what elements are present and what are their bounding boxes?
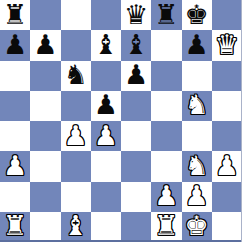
square-h3[interactable]: ♟ <box>212 151 242 181</box>
square-a1[interactable]: ♜ <box>0 212 30 242</box>
square-h7[interactable]: ♛ <box>212 30 242 60</box>
black-bishop[interactable]: ♝ <box>124 31 148 58</box>
square-a5[interactable] <box>0 91 30 121</box>
square-e7[interactable]: ♝ <box>121 30 151 60</box>
white-pawn[interactable]: ♟ <box>154 182 178 209</box>
square-d1[interactable] <box>91 212 121 242</box>
square-e2[interactable] <box>121 182 151 212</box>
black-rook[interactable]: ♜ <box>3 1 27 28</box>
square-b7[interactable]: ♟ <box>30 30 60 60</box>
square-g4[interactable] <box>182 121 212 151</box>
square-c5[interactable] <box>61 91 91 121</box>
square-g3[interactable]: ♞ <box>182 151 212 181</box>
square-e5[interactable] <box>121 91 151 121</box>
square-g8[interactable]: ♚ <box>182 0 212 30</box>
square-d5[interactable]: ♟ <box>91 91 121 121</box>
square-h6[interactable] <box>212 61 242 91</box>
black-king[interactable]: ♚ <box>185 1 209 28</box>
square-c8[interactable] <box>61 0 91 30</box>
square-e3[interactable] <box>121 151 151 181</box>
white-pawn[interactable]: ♟ <box>3 152 27 179</box>
square-g7[interactable]: ♟ <box>182 30 212 60</box>
white-queen[interactable]: ♛ <box>215 31 239 58</box>
white-pawn[interactable]: ♟ <box>64 122 88 149</box>
square-d6[interactable] <box>91 61 121 91</box>
black-pawn[interactable]: ♟ <box>124 61 148 88</box>
black-pawn[interactable]: ♟ <box>185 31 209 58</box>
square-a4[interactable] <box>0 121 30 151</box>
square-a6[interactable] <box>0 61 30 91</box>
square-b2[interactable] <box>30 182 60 212</box>
white-knight[interactable]: ♞ <box>185 152 209 179</box>
white-rook[interactable]: ♜ <box>3 212 27 239</box>
square-c2[interactable] <box>61 182 91 212</box>
square-f5[interactable] <box>151 91 181 121</box>
square-f1[interactable]: ♜ <box>151 212 181 242</box>
square-h8[interactable] <box>212 0 242 30</box>
square-a7[interactable]: ♟ <box>0 30 30 60</box>
square-b3[interactable] <box>30 151 60 181</box>
black-bishop[interactable]: ♝ <box>94 31 118 58</box>
white-king[interactable]: ♚ <box>185 212 209 239</box>
square-c6[interactable]: ♞ <box>61 61 91 91</box>
square-a3[interactable]: ♟ <box>0 151 30 181</box>
white-pawn[interactable]: ♟ <box>215 152 239 179</box>
square-e6[interactable]: ♟ <box>121 61 151 91</box>
square-h2[interactable] <box>212 182 242 212</box>
square-b6[interactable] <box>30 61 60 91</box>
square-g6[interactable] <box>182 61 212 91</box>
square-e4[interactable] <box>121 121 151 151</box>
square-f4[interactable] <box>151 121 181 151</box>
white-pawn[interactable]: ♟ <box>185 182 209 209</box>
black-knight[interactable]: ♞ <box>64 61 88 88</box>
square-f3[interactable] <box>151 151 181 181</box>
square-f6[interactable] <box>151 61 181 91</box>
square-h1[interactable] <box>212 212 242 242</box>
black-rook[interactable]: ♜ <box>154 1 178 28</box>
white-bishop[interactable]: ♝ <box>64 212 88 239</box>
square-f8[interactable]: ♜ <box>151 0 181 30</box>
square-d7[interactable]: ♝ <box>91 30 121 60</box>
square-g2[interactable]: ♟ <box>182 182 212 212</box>
square-c7[interactable] <box>61 30 91 60</box>
square-g5[interactable]: ♞ <box>182 91 212 121</box>
square-g1[interactable]: ♚ <box>182 212 212 242</box>
black-pawn[interactable]: ♟ <box>94 91 118 118</box>
white-pawn[interactable]: ♟ <box>94 122 118 149</box>
square-c3[interactable] <box>61 151 91 181</box>
square-a2[interactable] <box>0 182 30 212</box>
square-a8[interactable]: ♜ <box>0 0 30 30</box>
square-b5[interactable] <box>30 91 60 121</box>
square-b4[interactable] <box>30 121 60 151</box>
white-rook[interactable]: ♜ <box>154 212 178 239</box>
square-f7[interactable] <box>151 30 181 60</box>
square-d3[interactable] <box>91 151 121 181</box>
square-f2[interactable]: ♟ <box>151 182 181 212</box>
square-e8[interactable]: ♛ <box>121 0 151 30</box>
black-queen[interactable]: ♛ <box>124 1 148 28</box>
square-d4[interactable]: ♟ <box>91 121 121 151</box>
square-d8[interactable] <box>91 0 121 30</box>
square-c4[interactable]: ♟ <box>61 121 91 151</box>
square-b8[interactable] <box>30 0 60 30</box>
black-pawn[interactable]: ♟ <box>33 31 57 58</box>
square-b1[interactable] <box>30 212 60 242</box>
square-h5[interactable] <box>212 91 242 121</box>
chess-board: ♜♛♜♚♟♟♝♝♟♛♞♟♟♞♟♟♟♞♟♟♟♜♝♜♚ <box>0 0 242 242</box>
square-c1[interactable]: ♝ <box>61 212 91 242</box>
square-d2[interactable] <box>91 182 121 212</box>
square-h4[interactable] <box>212 121 242 151</box>
black-pawn[interactable]: ♟ <box>3 31 27 58</box>
white-knight[interactable]: ♞ <box>185 91 209 118</box>
square-e1[interactable] <box>121 212 151 242</box>
